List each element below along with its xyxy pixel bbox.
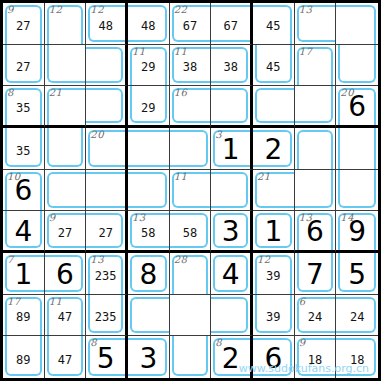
cell-r2c6[interactable]: 38 <box>211 45 253 87</box>
cell-r5c7[interactable]: 21 <box>253 170 295 212</box>
cell-r6c3[interactable]: 27 <box>86 211 128 253</box>
cage-outline <box>295 86 334 123</box>
cell-r6c8[interactable]: 136 <box>295 211 337 253</box>
cage-outline <box>47 172 86 209</box>
cage-sum-label: 17 <box>299 46 313 57</box>
cell-r6c9[interactable]: 149 <box>336 211 378 253</box>
cell-r2c5[interactable]: 1138 <box>170 45 212 87</box>
cage-sum-label: 7 <box>7 254 14 265</box>
cell-r2c1[interactable]: 27 <box>3 45 45 87</box>
cell-r7c6[interactable]: 4 <box>211 253 253 295</box>
cage-sum-label: 12 <box>49 4 63 15</box>
pencil-marks: 47 <box>58 348 72 367</box>
cell-r2c4[interactable]: 1129 <box>128 45 170 87</box>
cage-sum-label: 11 <box>174 171 188 182</box>
solved-digit: 5 <box>97 340 115 375</box>
cell-r9c4[interactable]: 3 <box>128 336 170 378</box>
cage-outline <box>338 128 376 169</box>
cage-outline <box>255 88 294 123</box>
cell-r4c1[interactable]: 35 <box>3 128 45 170</box>
cell-r8c8[interactable]: 624 <box>295 295 337 337</box>
pencil-marks: 29 <box>141 96 155 115</box>
pencil-marks: 24 <box>308 305 322 324</box>
cage-outline <box>338 45 376 84</box>
cage-sum-label: 13 <box>299 4 313 15</box>
cell-r6c1[interactable]: 4 <box>3 211 45 253</box>
pencil-marks: 38 <box>183 55 197 74</box>
cell-r3c7[interactable] <box>253 86 295 128</box>
cell-r9c3[interactable]: 85 <box>86 336 128 378</box>
cell-r4c3[interactable]: 20 <box>86 128 128 170</box>
cell-r3c1[interactable]: 835 <box>3 86 45 128</box>
cage-sum-label: 21 <box>257 171 271 182</box>
cell-r8c6[interactable] <box>211 295 253 337</box>
cell-r2c7[interactable]: 45 <box>253 45 295 87</box>
pencil-marks: 27 <box>16 55 30 74</box>
cage-outline <box>211 297 248 334</box>
cell-r5c4[interactable] <box>128 170 170 212</box>
cage-outline <box>297 130 334 169</box>
pencil-marks: 235 <box>95 305 117 324</box>
cell-r8c9[interactable]: 24 <box>336 295 378 337</box>
solved-digit: 2 <box>222 340 240 375</box>
pencil-marks: 29 <box>141 55 155 74</box>
cell-r8c4[interactable] <box>128 295 170 337</box>
cell-r4c5[interactable] <box>170 128 212 170</box>
cage-sum-label: 21 <box>49 87 63 98</box>
cage-sum-label: 6 <box>299 296 306 307</box>
solved-digit: 1 <box>222 131 240 166</box>
cell-r8c5[interactable] <box>170 295 212 337</box>
solved-digit: 7 <box>306 256 324 291</box>
cell-r3c9[interactable]: 206 <box>336 86 378 128</box>
pencil-marks: 39 <box>266 264 280 283</box>
cell-r1c8[interactable]: 13 <box>295 3 337 45</box>
solved-digit: 6 <box>348 88 366 123</box>
cage-outline <box>47 45 86 84</box>
pencil-marks: 89 <box>16 348 30 367</box>
solved-digit: 6 <box>56 256 74 291</box>
cell-r9c5[interactable] <box>170 336 212 378</box>
cage-outline <box>128 172 167 209</box>
cell-r4c2[interactable] <box>45 128 87 170</box>
solved-digit: 8 <box>139 256 157 291</box>
cell-r9c2[interactable]: 47 <box>45 336 87 378</box>
solved-digit: 4 <box>222 256 240 291</box>
pencil-marks: 27 <box>16 14 30 33</box>
cell-r1c1[interactable]: 927 <box>3 3 45 45</box>
cell-r3c4[interactable]: 29 <box>128 86 170 128</box>
cell-r7c3[interactable]: 13235 <box>86 253 128 295</box>
cell-r6c5[interactable]: 58 <box>170 211 212 253</box>
cell-r7c4[interactable]: 8 <box>128 253 170 295</box>
cage-sum-label: 20 <box>90 129 104 140</box>
cage-outline <box>172 336 209 376</box>
cell-r3c8[interactable] <box>295 86 337 128</box>
pencil-marks: 89 <box>16 305 30 324</box>
cage-outline <box>211 172 248 209</box>
watermark: www.sudokufans.org.cn <box>239 362 369 375</box>
cell-r9c1[interactable]: 89 <box>3 336 45 378</box>
cell-r6c6[interactable]: 3 <box>211 211 253 253</box>
cell-r4c8[interactable] <box>295 128 337 170</box>
cell-r7c5[interactable]: 28 <box>170 253 212 295</box>
cell-r1c3[interactable]: 1248 <box>86 3 128 45</box>
cell-r7c8[interactable]: 7 <box>295 253 337 295</box>
pencil-marks: 48 <box>98 14 112 33</box>
cage-sum-label: 9 <box>299 337 306 348</box>
cell-r7c7[interactable]: 1239 <box>253 253 295 295</box>
sudoku-grid: 9271212484822676745132711291138384517835… <box>0 0 381 381</box>
solved-digit: 5 <box>348 256 366 291</box>
pencil-marks: 27 <box>98 221 112 240</box>
pencil-marks: 39 <box>266 305 280 324</box>
cage-outline <box>336 5 376 44</box>
pencil-marks: 48 <box>141 14 155 33</box>
cage-sum-label: 9 <box>7 4 14 15</box>
cell-r1c9[interactable] <box>336 3 378 45</box>
cell-r5c3[interactable] <box>86 170 128 212</box>
cell-r7c2[interactable]: 6 <box>45 253 87 295</box>
solved-digit: 1 <box>14 256 32 291</box>
pencil-marks: 47 <box>58 305 72 324</box>
cell-r5c9[interactable] <box>336 170 378 212</box>
pencil-marks: 35 <box>16 96 30 115</box>
pencil-marks: 67 <box>223 14 237 33</box>
cage-sum-label: 28 <box>174 254 188 265</box>
cell-r1c6[interactable]: 67 <box>211 3 253 45</box>
cage-outline <box>47 128 84 167</box>
cell-r8c1[interactable]: 1789 <box>3 295 45 337</box>
cell-r2c2[interactable] <box>45 45 87 87</box>
solved-digit: 2 <box>264 131 282 166</box>
solved-digit: 6 <box>14 172 32 207</box>
cage-sum-label: 9 <box>49 212 56 223</box>
cell-r8c7[interactable]: 39 <box>253 295 295 337</box>
cell-r1c2[interactable]: 12 <box>45 3 87 45</box>
cell-r6c4[interactable]: 1358 <box>128 211 170 253</box>
cage-outline <box>211 88 248 123</box>
cell-r4c7[interactable]: 2 <box>253 128 295 170</box>
cell-r5c2[interactable] <box>45 170 87 212</box>
solved-digit: 4 <box>14 213 32 248</box>
cell-r3c5[interactable]: 16 <box>170 86 212 128</box>
solved-digit: 6 <box>306 213 324 248</box>
cell-r4c4[interactable] <box>128 128 170 170</box>
cage-sum-label: 16 <box>174 87 188 98</box>
cage-outline <box>170 130 209 167</box>
cage-outline <box>338 170 376 209</box>
solved-digit: 1 <box>264 213 282 248</box>
solved-digit: 9 <box>348 213 366 248</box>
killer-sudoku-board: 9271212484822676745132711291138384517835… <box>0 0 381 382</box>
cell-r8c3[interactable]: 235 <box>86 295 128 337</box>
cell-r1c5[interactable]: 2267 <box>170 3 212 45</box>
pencil-marks: 58 <box>141 221 155 240</box>
solved-digit: 3 <box>222 213 240 248</box>
pencil-marks: 35 <box>16 139 30 158</box>
cell-r2c3[interactable] <box>86 45 128 87</box>
cell-r1c7[interactable]: 45 <box>253 3 295 45</box>
pencil-marks: 67 <box>183 14 197 33</box>
pencil-marks: 45 <box>266 55 280 74</box>
cell-r2c8[interactable]: 17 <box>295 45 337 87</box>
pencil-marks: 235 <box>95 264 117 283</box>
cell-r5c6[interactable] <box>211 170 253 212</box>
cell-r5c8[interactable] <box>295 170 337 212</box>
cell-r5c5[interactable]: 11 <box>170 170 212 212</box>
cage-outline <box>128 130 169 167</box>
pencil-marks: 24 <box>350 305 364 324</box>
cell-r2c9[interactable] <box>336 45 378 87</box>
cage-sum-label: 8 <box>7 87 14 98</box>
pencil-marks: 45 <box>266 14 280 33</box>
pencil-marks: 27 <box>58 221 72 240</box>
pencil-marks: 38 <box>223 55 237 74</box>
cage-outline <box>130 297 169 334</box>
cell-r7c1[interactable]: 71 <box>3 253 45 295</box>
cage-outline <box>86 88 123 123</box>
solved-digit: 3 <box>139 340 157 375</box>
cell-r3c2[interactable]: 21 <box>45 86 87 128</box>
cage-outline <box>86 47 123 84</box>
cell-r3c3[interactable] <box>86 86 128 128</box>
pencil-marks: 58 <box>183 221 197 240</box>
cell-r3c6[interactable] <box>211 86 253 128</box>
cell-r4c6[interactable]: 31 <box>211 128 253 170</box>
cell-r6c2[interactable]: 927 <box>45 211 87 253</box>
cell-r1c4[interactable]: 48 <box>128 3 170 45</box>
cage-outline <box>295 170 334 209</box>
cell-r8c2[interactable]: 1147 <box>45 295 87 337</box>
cage-outline <box>86 172 125 209</box>
cell-r6c7[interactable]: 1 <box>253 211 295 253</box>
cell-r4c9[interactable] <box>336 128 378 170</box>
cell-r7c9[interactable]: 5 <box>336 253 378 295</box>
cage-outline <box>170 295 211 336</box>
cell-r5c1[interactable]: 106 <box>3 170 45 212</box>
